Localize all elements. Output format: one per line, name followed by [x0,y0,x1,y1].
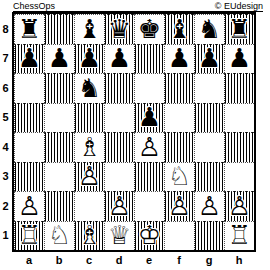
black-rook-piece: ♜♜ [15,15,44,44]
black-pawn-piece: ♟♟ [15,45,44,74]
square-d4 [104,132,134,162]
square-f5 [164,103,194,133]
square-g7: ♟♟ [194,44,224,74]
square-f3: ♞♘ [164,162,194,192]
white-knight-piece: ♞♘ [45,222,74,251]
square-d5 [104,103,134,133]
black-bishop-piece: ♝♝ [75,15,104,44]
square-f1 [164,221,194,251]
square-h5 [224,103,254,133]
square-g3 [194,162,224,192]
square-b7: ♟♟ [44,44,74,74]
square-c7: ♟♟ [74,44,104,74]
square-a3 [14,162,44,192]
black-king-piece: ♚♚ [135,15,164,44]
square-e7 [134,44,164,74]
file-label-d: d [104,253,134,267]
black-knight-piece: ♞♞ [75,74,104,103]
square-h7: ♟♟ [224,44,254,74]
square-b5 [44,103,74,133]
black-pawn-piece: ♟♟ [135,104,164,133]
square-d2: ♟♙ [104,191,134,221]
square-d7: ♟♟ [104,44,134,74]
square-h2: ♟♙ [224,191,254,221]
black-knight-piece: ♞♞ [195,15,224,44]
square-h8: ♜♜ [224,14,254,44]
square-h6 [224,73,254,103]
rank-label-2: 2 [0,191,11,221]
square-g8: ♞♞ [194,14,224,44]
square-e4: ♟♙ [134,132,164,162]
square-b8 [44,14,74,44]
file-label-h: h [224,253,254,267]
square-f6 [164,73,194,103]
black-pawn-piece: ♟♟ [195,45,224,74]
square-b2 [44,191,74,221]
square-e5: ♟♟ [134,103,164,133]
square-e2 [134,191,164,221]
square-a8: ♜♜ [14,14,44,44]
white-pawn-piece: ♟♙ [165,192,194,221]
square-g6 [194,73,224,103]
square-b6 [44,73,74,103]
square-b1: ♞♘ [44,221,74,251]
square-a7: ♟♟ [14,44,44,74]
square-h4 [224,132,254,162]
square-c5 [74,103,104,133]
file-label-f: f [164,253,194,267]
square-a5 [14,103,44,133]
white-pawn-piece: ♟♙ [105,192,134,221]
square-h1: ♜♖ [224,221,254,251]
file-label-c: c [74,253,104,267]
white-pawn-piece: ♟♙ [225,192,254,221]
rank-label-8: 8 [0,14,11,44]
square-c2 [74,191,104,221]
rank-label-5: 5 [0,103,11,133]
square-g1 [194,221,224,251]
square-e1: ♚♔ [134,221,164,251]
square-h3 [224,162,254,192]
square-e3 [134,162,164,192]
square-f4 [164,132,194,162]
black-queen-piece: ♛♛ [105,15,134,44]
board: ♜♜♝♝♛♛♚♚♝♝♞♞♜♜♟♟♟♟♟♟♟♟♟♟♟♟♟♟♞♞♟♟♝♗♟♙♟♙♞♘… [12,12,256,252]
black-pawn-piece: ♟♟ [45,45,74,74]
square-g5 [194,103,224,133]
white-king-piece: ♚♔ [135,222,164,251]
rank-label-4: 4 [0,132,11,162]
white-bishop-piece: ♝♗ [75,222,104,251]
white-rook-piece: ♜♖ [225,222,254,251]
white-queen-piece: ♛♕ [105,222,134,251]
file-label-g: g [194,253,224,267]
square-a2: ♟♙ [14,191,44,221]
black-pawn-piece: ♟♟ [75,45,104,74]
square-b3 [44,162,74,192]
square-d1: ♛♕ [104,221,134,251]
white-knight-piece: ♞♘ [165,163,194,192]
white-pawn-piece: ♟♙ [135,133,164,162]
square-a4 [14,132,44,162]
square-c1: ♝♗ [74,221,104,251]
square-d6 [104,73,134,103]
square-f2: ♟♙ [164,191,194,221]
square-a6 [14,73,44,103]
header-bar: ChessOps © EUdesign [13,0,263,12]
rank-label-7: 7 [0,44,11,74]
square-c6: ♞♞ [74,73,104,103]
credit-text: © EUdesign [215,1,263,11]
square-g2: ♟♙ [194,191,224,221]
square-e6 [134,73,164,103]
rank-label-6: 6 [0,73,11,103]
square-f7: ♟♟ [164,44,194,74]
square-c4: ♝♗ [74,132,104,162]
file-label-a: a [14,253,44,267]
black-pawn-piece: ♟♟ [225,45,254,74]
square-e8: ♚♚ [134,14,164,44]
rank-labels: 87654321 [0,14,11,250]
black-pawn-piece: ♟♟ [165,45,194,74]
white-bishop-piece: ♝♗ [75,133,104,162]
square-d3 [104,162,134,192]
white-pawn-piece: ♟♙ [15,192,44,221]
square-c3: ♟♙ [74,162,104,192]
file-label-b: b [44,253,74,267]
app-title: ChessOps [13,1,55,11]
square-d8: ♛♛ [104,14,134,44]
black-bishop-piece: ♝♝ [165,15,194,44]
file-label-e: e [134,253,164,267]
square-g4 [194,132,224,162]
white-pawn-piece: ♟♙ [195,192,224,221]
white-rook-piece: ♜♖ [15,222,44,251]
file-labels: abcdefgh [14,253,254,267]
rank-label-3: 3 [0,162,11,192]
black-pawn-piece: ♟♟ [105,45,134,74]
black-rook-piece: ♜♜ [225,15,254,44]
square-f8: ♝♝ [164,14,194,44]
square-b4 [44,132,74,162]
square-c8: ♝♝ [74,14,104,44]
square-a1: ♜♖ [14,221,44,251]
white-pawn-piece: ♟♙ [75,163,104,192]
rank-label-1: 1 [0,221,11,251]
